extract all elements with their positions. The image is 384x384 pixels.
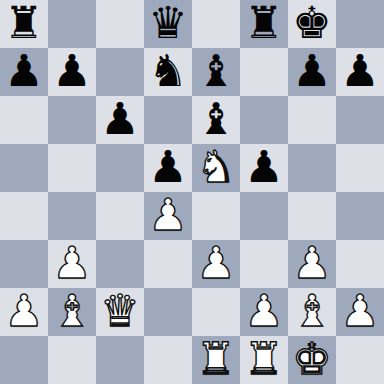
square-g7[interactable]: ♟: [288, 48, 336, 96]
square-h4[interactable]: [336, 192, 384, 240]
piece-white-rook[interactable]: ♜: [244, 335, 283, 383]
square-e4[interactable]: [192, 192, 240, 240]
piece-white-pawn[interactable]: ♟: [340, 287, 379, 335]
piece-white-pawn[interactable]: ♟: [196, 239, 235, 287]
square-a5[interactable]: [0, 144, 48, 192]
square-g1[interactable]: ♚: [288, 336, 336, 384]
square-f5[interactable]: ♟: [240, 144, 288, 192]
piece-black-knight[interactable]: ♞: [148, 47, 187, 95]
piece-white-queen[interactable]: ♛: [100, 287, 139, 335]
square-f7[interactable]: [240, 48, 288, 96]
square-a6[interactable]: [0, 96, 48, 144]
square-d4[interactable]: ♟: [144, 192, 192, 240]
piece-white-pawn[interactable]: ♟: [292, 239, 331, 287]
square-b3[interactable]: ♟: [48, 240, 96, 288]
square-d2[interactable]: [144, 288, 192, 336]
square-b1[interactable]: [48, 336, 96, 384]
piece-black-pawn[interactable]: ♟: [148, 143, 187, 191]
square-c7[interactable]: [96, 48, 144, 96]
square-f1[interactable]: ♜: [240, 336, 288, 384]
square-c5[interactable]: [96, 144, 144, 192]
square-c2[interactable]: ♛: [96, 288, 144, 336]
square-d1[interactable]: [144, 336, 192, 384]
piece-black-pawn[interactable]: ♟: [4, 47, 43, 95]
square-e7[interactable]: ♝: [192, 48, 240, 96]
square-g4[interactable]: [288, 192, 336, 240]
square-e1[interactable]: ♜: [192, 336, 240, 384]
square-d8[interactable]: ♛: [144, 0, 192, 48]
piece-white-pawn[interactable]: ♟: [4, 287, 43, 335]
square-c8[interactable]: [96, 0, 144, 48]
square-h6[interactable]: [336, 96, 384, 144]
piece-black-rook[interactable]: ♜: [4, 0, 43, 47]
piece-white-bishop[interactable]: ♝: [52, 287, 91, 335]
piece-black-pawn[interactable]: ♟: [340, 47, 379, 95]
square-a4[interactable]: [0, 192, 48, 240]
square-h1[interactable]: [336, 336, 384, 384]
square-c4[interactable]: [96, 192, 144, 240]
square-b2[interactable]: ♝: [48, 288, 96, 336]
piece-white-pawn[interactable]: ♟: [148, 191, 187, 239]
piece-black-bishop[interactable]: ♝: [196, 95, 235, 143]
square-f3[interactable]: [240, 240, 288, 288]
piece-white-pawn[interactable]: ♟: [244, 287, 283, 335]
piece-black-pawn[interactable]: ♟: [292, 47, 331, 95]
square-e8[interactable]: [192, 0, 240, 48]
square-h8[interactable]: [336, 0, 384, 48]
piece-black-pawn[interactable]: ♟: [244, 143, 283, 191]
square-g8[interactable]: ♚: [288, 0, 336, 48]
square-h3[interactable]: [336, 240, 384, 288]
square-g5[interactable]: [288, 144, 336, 192]
piece-white-knight[interactable]: ♞: [196, 143, 235, 191]
square-c6[interactable]: ♟: [96, 96, 144, 144]
square-e2[interactable]: [192, 288, 240, 336]
square-c3[interactable]: [96, 240, 144, 288]
square-f6[interactable]: [240, 96, 288, 144]
square-b6[interactable]: [48, 96, 96, 144]
square-h2[interactable]: ♟: [336, 288, 384, 336]
square-d3[interactable]: [144, 240, 192, 288]
piece-black-rook[interactable]: ♜: [244, 0, 283, 47]
square-a7[interactable]: ♟: [0, 48, 48, 96]
piece-white-pawn[interactable]: ♟: [52, 239, 91, 287]
square-c1[interactable]: [96, 336, 144, 384]
piece-white-king[interactable]: ♚: [292, 335, 331, 383]
square-f8[interactable]: ♜: [240, 0, 288, 48]
square-e5[interactable]: ♞: [192, 144, 240, 192]
square-g2[interactable]: ♝: [288, 288, 336, 336]
piece-black-queen[interactable]: ♛: [148, 0, 187, 47]
square-f2[interactable]: ♟: [240, 288, 288, 336]
square-d6[interactable]: [144, 96, 192, 144]
square-d5[interactable]: ♟: [144, 144, 192, 192]
square-b7[interactable]: ♟: [48, 48, 96, 96]
square-b5[interactable]: [48, 144, 96, 192]
square-b8[interactable]: [48, 0, 96, 48]
square-b4[interactable]: [48, 192, 96, 240]
square-f4[interactable]: [240, 192, 288, 240]
square-g3[interactable]: ♟: [288, 240, 336, 288]
square-h5[interactable]: [336, 144, 384, 192]
chess-board: ♜♛♜♚♟♟♞♝♟♟♟♝♟♞♟♟♟♟♟♟♝♛♟♝♟♜♜♚: [0, 0, 384, 384]
square-a3[interactable]: [0, 240, 48, 288]
piece-black-bishop[interactable]: ♝: [196, 47, 235, 95]
square-a8[interactable]: ♜: [0, 0, 48, 48]
square-e3[interactable]: ♟: [192, 240, 240, 288]
piece-black-king[interactable]: ♚: [292, 0, 331, 47]
square-d7[interactable]: ♞: [144, 48, 192, 96]
piece-black-pawn[interactable]: ♟: [100, 95, 139, 143]
square-h7[interactable]: ♟: [336, 48, 384, 96]
square-a1[interactable]: [0, 336, 48, 384]
square-e6[interactable]: ♝: [192, 96, 240, 144]
piece-white-bishop[interactable]: ♝: [292, 287, 331, 335]
piece-black-pawn[interactable]: ♟: [52, 47, 91, 95]
square-a2[interactable]: ♟: [0, 288, 48, 336]
square-g6[interactable]: [288, 96, 336, 144]
piece-white-rook[interactable]: ♜: [196, 335, 235, 383]
